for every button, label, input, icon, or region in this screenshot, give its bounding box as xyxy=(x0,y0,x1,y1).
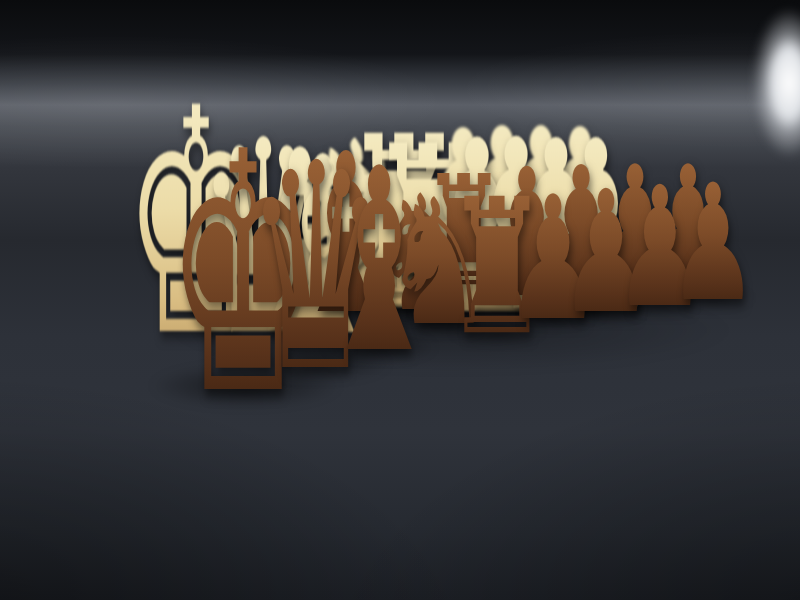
chess-set-photo: ♚♛♝♝♞♞♜♜♟♟♟♟♟♟♟♟♝♞♜♟♟♟♟♚♛♝♞♜♟♟♟♟ xyxy=(0,0,800,600)
chess-pieces-group: ♚♛♝♝♞♞♜♜♟♟♟♟♟♟♟♟♝♞♜♟♟♟♟♚♛♝♞♜♟♟♟♟ xyxy=(0,0,800,600)
black-pawn-8: ♟ xyxy=(668,163,757,324)
